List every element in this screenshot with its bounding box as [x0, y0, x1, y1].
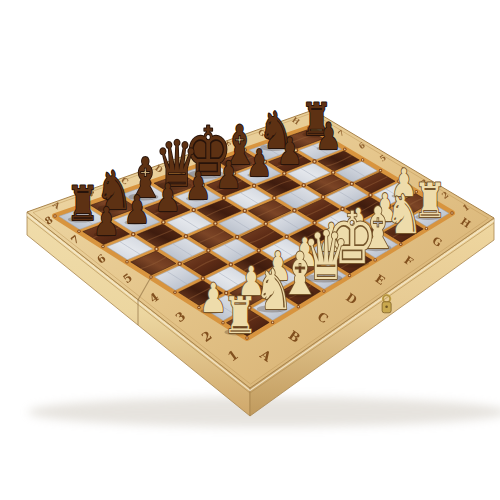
lattice-dot [174, 292, 176, 294]
lattice-dot [244, 210, 246, 212]
lattice-dot [193, 209, 195, 211]
lattice-dot [230, 264, 232, 266]
lattice-dot [150, 276, 152, 278]
lattice-dot [179, 263, 181, 265]
lattice-dot [236, 236, 238, 238]
piece-black-pawn-g7[interactable]: ♟ [277, 129, 303, 172]
lattice-dot [214, 223, 216, 225]
lattice-dot [283, 173, 285, 175]
lattice-dot [185, 235, 187, 237]
piece-black-pawn-f7[interactable]: ♟ [246, 141, 272, 184]
lattice-dot [286, 236, 288, 238]
lattice-dot [273, 197, 275, 199]
lattice-dot [314, 160, 316, 162]
piece-white-rook-a1[interactable]: ♜ [223, 286, 258, 345]
lattice-dot [451, 212, 453, 214]
lattice-dot [380, 170, 382, 172]
lattice-dot [293, 209, 295, 211]
lattice-dot [362, 159, 364, 161]
lattice-dot [258, 250, 260, 252]
piece-white-knight-b1[interactable]: ♞ [254, 258, 293, 323]
lattice-dot [162, 221, 164, 223]
lattice-dot [207, 249, 209, 251]
piece-black-pawn-a7[interactable]: ♟ [93, 199, 120, 244]
lattice-dot [351, 183, 353, 185]
lattice-dot [156, 248, 158, 250]
piece-black-pawn-b7[interactable]: ♟ [123, 187, 150, 232]
lattice-dot [54, 215, 56, 217]
lattice-dot [303, 184, 305, 186]
lattice-dot [265, 223, 267, 225]
lattice-dot [102, 246, 104, 248]
chess-set-photo: 12345678ABCDEFGH12345678ABCDEFGH♜♞♟♝♟♚♟♛… [0, 0, 500, 500]
lattice-dot [132, 233, 134, 235]
lattice-dot [126, 261, 128, 263]
lattice-dot [253, 185, 255, 187]
lattice-dot [344, 149, 346, 151]
piece-black-pawn-h7[interactable]: ♟ [316, 115, 342, 157]
piece-black-pawn-d7[interactable]: ♟ [185, 165, 211, 208]
chess-board-scene: 12345678ABCDEFGH12345678ABCDEFGH♜♞♟♝♟♚♟♛… [0, 0, 500, 500]
lattice-dot [322, 196, 324, 198]
lattice-dot [223, 197, 225, 199]
piece-black-pawn-c7[interactable]: ♟ [154, 176, 181, 221]
piece-black-pawn-e7[interactable]: ♟ [216, 153, 242, 196]
lattice-dot [332, 172, 334, 174]
